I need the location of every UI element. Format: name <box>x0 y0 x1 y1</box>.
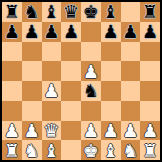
piece-white-pawn-c4[interactable]: ♟ <box>43 81 59 100</box>
piece-white-pawn-h2[interactable]: ♟ <box>142 121 158 140</box>
square-f4[interactable] <box>101 81 121 101</box>
square-d3[interactable] <box>61 101 81 121</box>
piece-black-knight-e4[interactable]: ♞ <box>83 81 99 100</box>
square-f2[interactable]: ♟ <box>101 121 121 141</box>
square-c4[interactable]: ♟ <box>42 81 62 101</box>
square-c5[interactable] <box>42 61 62 81</box>
piece-black-pawn-a7[interactable]: ♟ <box>4 22 20 41</box>
square-f7[interactable]: ♟ <box>101 22 121 42</box>
square-a3[interactable] <box>2 101 22 121</box>
piece-black-rook-a8[interactable]: ♜ <box>4 2 20 21</box>
square-f1[interactable]: ♝ <box>101 140 121 160</box>
square-f8[interactable]: ♝ <box>101 2 121 22</box>
piece-white-pawn-f2[interactable]: ♟ <box>103 121 119 140</box>
square-f5[interactable] <box>101 61 121 81</box>
square-c1[interactable]: ♝ <box>42 140 62 160</box>
square-c3[interactable] <box>42 101 62 121</box>
piece-white-bishop-f1[interactable]: ♝ <box>103 141 119 160</box>
chess-board: ♜♞♝♛♚♝♜♟♟♟♟♟♟♟♟♟♞♟♟♛♟♟♟♟♜♞♝♚♝♞♜ <box>2 2 160 160</box>
square-c8[interactable]: ♝ <box>42 2 62 22</box>
square-d6[interactable] <box>61 42 81 62</box>
square-g1[interactable]: ♞ <box>121 140 141 160</box>
piece-white-pawn-b2[interactable]: ♟ <box>24 121 40 140</box>
piece-black-pawn-h7[interactable]: ♟ <box>142 22 158 41</box>
piece-black-rook-h8[interactable]: ♜ <box>142 2 158 21</box>
square-h7[interactable]: ♟ <box>140 22 160 42</box>
square-e1[interactable]: ♚ <box>81 140 101 160</box>
square-g5[interactable] <box>121 61 141 81</box>
piece-white-king-e1[interactable]: ♚ <box>83 141 99 160</box>
square-e4[interactable]: ♞ <box>81 81 101 101</box>
square-h2[interactable]: ♟ <box>140 121 160 141</box>
square-b5[interactable] <box>22 61 42 81</box>
square-g3[interactable] <box>121 101 141 121</box>
square-h1[interactable]: ♜ <box>140 140 160 160</box>
square-d8[interactable]: ♛ <box>61 2 81 22</box>
square-b4[interactable] <box>22 81 42 101</box>
square-a7[interactable]: ♟ <box>2 22 22 42</box>
piece-white-pawn-e2[interactable]: ♟ <box>83 121 99 140</box>
square-g7[interactable]: ♟ <box>121 22 141 42</box>
piece-white-rook-a1[interactable]: ♜ <box>4 141 20 160</box>
square-h8[interactable]: ♜ <box>140 2 160 22</box>
square-g8[interactable] <box>121 2 141 22</box>
piece-black-knight-b8[interactable]: ♞ <box>24 2 40 21</box>
square-g6[interactable] <box>121 42 141 62</box>
piece-black-pawn-c7[interactable]: ♟ <box>43 22 59 41</box>
square-a6[interactable] <box>2 42 22 62</box>
square-b7[interactable]: ♟ <box>22 22 42 42</box>
square-a4[interactable] <box>2 81 22 101</box>
square-h5[interactable] <box>140 61 160 81</box>
square-h4[interactable] <box>140 81 160 101</box>
square-e3[interactable] <box>81 101 101 121</box>
square-c7[interactable]: ♟ <box>42 22 62 42</box>
square-c6[interactable] <box>42 42 62 62</box>
square-h3[interactable] <box>140 101 160 121</box>
square-d5[interactable] <box>61 61 81 81</box>
square-e8[interactable]: ♚ <box>81 2 101 22</box>
chess-board-frame: ♜♞♝♛♚♝♜♟♟♟♟♟♟♟♟♟♞♟♟♛♟♟♟♟♜♞♝♚♝♞♜ <box>0 0 162 162</box>
square-d2[interactable] <box>61 121 81 141</box>
square-e2[interactable]: ♟ <box>81 121 101 141</box>
square-f6[interactable] <box>101 42 121 62</box>
square-f3[interactable] <box>101 101 121 121</box>
square-e7[interactable] <box>81 22 101 42</box>
piece-black-bishop-f8[interactable]: ♝ <box>103 2 119 21</box>
piece-black-queen-d8[interactable]: ♛ <box>63 2 79 21</box>
piece-black-pawn-f7[interactable]: ♟ <box>103 22 119 41</box>
piece-white-bishop-c1[interactable]: ♝ <box>43 141 59 160</box>
piece-black-pawn-g7[interactable]: ♟ <box>122 22 138 41</box>
square-g4[interactable] <box>121 81 141 101</box>
piece-white-knight-g1[interactable]: ♞ <box>122 141 138 160</box>
square-h6[interactable] <box>140 42 160 62</box>
piece-black-bishop-c8[interactable]: ♝ <box>43 2 59 21</box>
square-b1[interactable]: ♞ <box>22 140 42 160</box>
square-d4[interactable] <box>61 81 81 101</box>
piece-white-pawn-g2[interactable]: ♟ <box>122 121 138 140</box>
square-e5[interactable]: ♟ <box>81 61 101 81</box>
square-b2[interactable]: ♟ <box>22 121 42 141</box>
piece-white-knight-b1[interactable]: ♞ <box>24 141 40 160</box>
square-a5[interactable] <box>2 61 22 81</box>
piece-black-pawn-d7[interactable]: ♟ <box>63 22 79 41</box>
square-a8[interactable]: ♜ <box>2 2 22 22</box>
piece-black-pawn-b7[interactable]: ♟ <box>24 22 40 41</box>
square-b3[interactable] <box>22 101 42 121</box>
piece-white-pawn-e5[interactable]: ♟ <box>83 62 99 81</box>
square-d1[interactable] <box>61 140 81 160</box>
piece-white-pawn-a2[interactable]: ♟ <box>4 121 20 140</box>
square-c2[interactable]: ♛ <box>42 121 62 141</box>
square-a2[interactable]: ♟ <box>2 121 22 141</box>
square-b8[interactable]: ♞ <box>22 2 42 22</box>
piece-black-king-e8[interactable]: ♚ <box>83 2 99 21</box>
piece-white-rook-h1[interactable]: ♜ <box>142 141 158 160</box>
piece-white-queen-c2[interactable]: ♛ <box>43 121 59 140</box>
square-d7[interactable]: ♟ <box>61 22 81 42</box>
square-g2[interactable]: ♟ <box>121 121 141 141</box>
square-a1[interactable]: ♜ <box>2 140 22 160</box>
square-e6[interactable] <box>81 42 101 62</box>
square-b6[interactable] <box>22 42 42 62</box>
